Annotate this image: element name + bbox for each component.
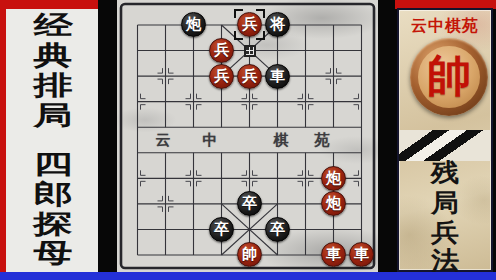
piece-red-chariot-2[interactable]: 車 bbox=[349, 242, 374, 267]
piece-black-soldier-2[interactable]: 卒 bbox=[209, 217, 234, 242]
piece-red-soldier-1[interactable]: 兵 bbox=[237, 12, 262, 37]
piece-black-soldier-1[interactable]: 卒 bbox=[237, 191, 262, 216]
left-banner-char: 排 bbox=[0, 71, 115, 101]
last-move-dest-brackets bbox=[234, 9, 265, 40]
xiangqi-board: 云 中 棋 苑 炮兵将兵兵兵車炮炮卒卒卒帥車車 bbox=[117, 0, 378, 272]
slogan-char: 残 bbox=[431, 160, 459, 185]
right-brand-banner: 云中棋苑 帥 残 局 兵 法 bbox=[397, 8, 493, 272]
left-banner-char: 探 bbox=[0, 210, 115, 240]
last-move-origin-marker bbox=[244, 45, 256, 57]
left-banner-char: 母 bbox=[0, 239, 115, 269]
board-intersections-grid[interactable]: 炮兵将兵兵兵車炮炮卒卒卒帥車車 bbox=[124, 12, 376, 267]
general-piece-logo-face: 帥 bbox=[418, 46, 480, 108]
video-frame: 经 典 排 局 四 郎 探 母 云 中 棋 苑 炮兵将兵兵兵車炮炮卒卒卒帥車車 … bbox=[0, 0, 496, 280]
piece-red-chariot-1[interactable]: 車 bbox=[321, 242, 346, 267]
piece-black-general[interactable]: 将 bbox=[265, 12, 290, 37]
piece-red-soldier-3[interactable]: 兵 bbox=[209, 64, 234, 89]
piece-black-soldier-3[interactable]: 卒 bbox=[265, 217, 290, 242]
general-piece-logo: 帥 bbox=[410, 38, 488, 116]
site-name: 云中棋苑 bbox=[399, 16, 491, 37]
slogan-char: 局 bbox=[431, 190, 459, 215]
bottom-blue-stripe bbox=[0, 272, 496, 280]
left-banner-char: 典 bbox=[0, 41, 115, 71]
piece-red-cannon-2[interactable]: 炮 bbox=[321, 191, 346, 216]
piece-red-general[interactable]: 帥 bbox=[237, 242, 262, 267]
slogan-char: 法 bbox=[431, 248, 459, 273]
piece-black-chariot-1[interactable]: 車 bbox=[265, 64, 290, 89]
piece-black-cannon-1[interactable]: 炮 bbox=[181, 12, 206, 37]
left-banner-char: 经 bbox=[0, 11, 115, 41]
piece-red-cannon-1[interactable]: 炮 bbox=[321, 166, 346, 191]
slogan-char: 兵 bbox=[431, 220, 459, 245]
left-banner-top-red-stripe bbox=[0, 0, 98, 9]
left-banner-char: 局 bbox=[0, 101, 115, 131]
piece-red-soldier-2[interactable]: 兵 bbox=[209, 38, 234, 63]
piece-red-soldier-4[interactable]: 兵 bbox=[237, 64, 262, 89]
diagonal-stripes-divider bbox=[399, 130, 491, 161]
left-banner-char: 郎 bbox=[0, 180, 115, 210]
red-general-glyph: 帥 bbox=[427, 55, 471, 99]
left-banner-char: 四 bbox=[0, 150, 115, 180]
left-title-banner: 经 典 排 局 四 郎 探 母 bbox=[0, 0, 98, 272]
